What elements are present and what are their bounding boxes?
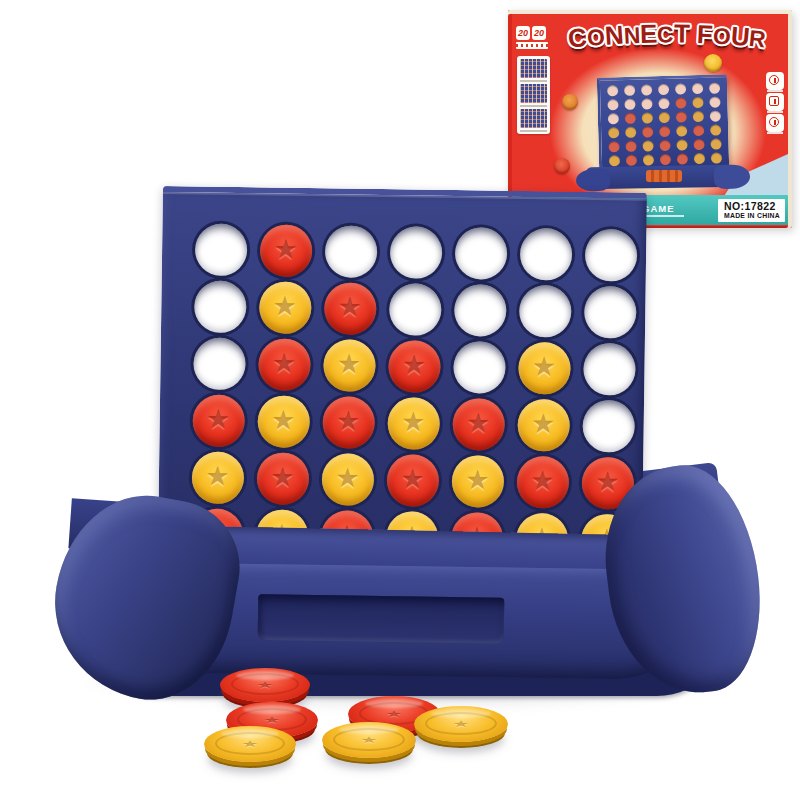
- red-disc: ★: [516, 455, 569, 508]
- mini-yellow-dot: [642, 140, 653, 151]
- red-disc: ★: [256, 452, 309, 505]
- diagram-caption: [520, 130, 547, 132]
- mini-yellow-dot: [659, 111, 670, 122]
- cell-r2c5: [447, 281, 513, 339]
- product-photo-scene: 2020 CONNECT FOUR: [0, 0, 800, 800]
- cell-r4c5: ★: [445, 395, 511, 453]
- cell-r3c6: ★: [511, 339, 577, 397]
- cell-r2c2: ★: [252, 278, 318, 336]
- mini-yellow-dot: [694, 152, 705, 163]
- cell-r1c6: [513, 225, 579, 283]
- mini-empty-dot: [608, 113, 619, 124]
- empty-hole: [519, 227, 572, 280]
- box-category-label: GAME: [642, 204, 684, 214]
- brand-logo-mark: 20: [516, 26, 530, 40]
- cell-r3c3: ★: [316, 336, 382, 394]
- box-example-diagrams-card: [517, 56, 550, 134]
- cell-r2c6: [512, 282, 578, 340]
- box-art-flying-orange-disc: [562, 94, 578, 110]
- mini-red-dot: [659, 125, 670, 136]
- game-board: ★★★★★★★★★★★★★★★★★★★★★★★★★★★: [158, 186, 647, 577]
- disc-star-emboss: ★: [270, 463, 295, 490]
- empty-hole: [389, 226, 442, 279]
- mini-red-dot: [677, 153, 688, 164]
- cell-r4c3: ★: [315, 393, 381, 451]
- empty-hole: [454, 227, 507, 280]
- cell-r1c5: [448, 224, 514, 282]
- diagram-caption: [520, 80, 547, 82]
- disc-star-emboss: ★: [241, 738, 259, 750]
- mini-empty-dot: [709, 96, 720, 107]
- cell-r2c4: [382, 280, 448, 338]
- floor-disc-yellow: ★: [414, 706, 508, 742]
- disc-star-emboss: ★: [273, 235, 298, 262]
- brand-logo-mark: 20: [532, 26, 546, 40]
- disc-star-emboss: ★: [400, 465, 425, 492]
- mini-yellow-dot: [643, 154, 654, 165]
- mini-empty-dot: [624, 84, 635, 95]
- mini-empty-dot: [641, 98, 652, 109]
- floor-disc-yellow: ★: [204, 726, 296, 762]
- empty-hole: [583, 342, 636, 395]
- mini-yellow-dot: [609, 155, 620, 166]
- certification-icon-2: [766, 93, 784, 111]
- board-grid: ★★★★★★★★★★★★★★★★★★★★★★★★★★★: [158, 192, 647, 577]
- yellow-disc: ★: [518, 341, 571, 394]
- yellow-disc: ★: [321, 453, 374, 506]
- mini-yellow-dot: [710, 124, 721, 135]
- cell-r2c7: [577, 283, 643, 341]
- cell-r5c6: ★: [510, 453, 576, 511]
- cell-r1c2: ★: [253, 221, 319, 279]
- cell-r5c1: ★: [185, 448, 251, 506]
- disc-star-emboss: ★: [205, 463, 230, 490]
- mini-yellow-dot: [692, 96, 703, 107]
- mini-red-dot: [693, 138, 704, 149]
- mini-empty-dot: [710, 110, 721, 121]
- certification-icon-3: [766, 114, 784, 132]
- certification-icon-1: [766, 72, 784, 90]
- cell-r5c3: ★: [315, 450, 381, 508]
- disc-star-emboss: ★: [336, 407, 361, 434]
- floor-disc-red: ★: [220, 668, 310, 702]
- yellow-disc: ★: [387, 397, 440, 450]
- box-art-game-illustration: [588, 70, 740, 200]
- cell-r5c4: ★: [380, 451, 446, 509]
- disc-star-emboss: ★: [272, 349, 297, 376]
- mini-red-dot: [675, 97, 686, 108]
- base-front-notch: [258, 594, 505, 644]
- disc-star-emboss: ★: [452, 718, 470, 730]
- disc-star-emboss: ★: [256, 679, 274, 691]
- red-disc: ★: [258, 338, 311, 391]
- empty-hole: [582, 399, 635, 452]
- cell-r5c2: ★: [250, 449, 316, 507]
- disc-star-emboss: ★: [465, 466, 490, 493]
- disc-star-emboss: ★: [532, 353, 557, 380]
- disc-star-emboss: ★: [206, 406, 231, 433]
- cell-r3c4: ★: [381, 337, 447, 395]
- box-certification-icons: [766, 72, 785, 135]
- mini-empty-dot: [607, 99, 618, 110]
- mini-red-dot: [626, 154, 637, 165]
- empty-hole: [194, 223, 247, 276]
- cell-r1c4: [383, 223, 449, 281]
- item-number: NO:17822: [724, 201, 780, 212]
- disc-star-emboss: ★: [385, 708, 403, 720]
- disc-star-emboss: ★: [402, 351, 427, 378]
- empty-hole: [193, 280, 246, 333]
- disc-star-emboss: ★: [273, 292, 298, 319]
- empty-hole: [453, 284, 506, 337]
- empty-hole: [324, 225, 377, 278]
- mini-yellow-dot: [710, 138, 721, 149]
- empty-hole: [583, 285, 636, 338]
- mini-red-dot: [693, 124, 704, 135]
- mini-yellow-dot: [711, 152, 722, 163]
- mini-empty-dot: [675, 83, 686, 94]
- red-disc: ★: [386, 454, 439, 507]
- disc-star-emboss: ★: [360, 734, 378, 746]
- red-disc: ★: [323, 282, 376, 335]
- disc-star-emboss: ★: [263, 714, 281, 726]
- cell-r3c5: [446, 338, 512, 396]
- red-disc: ★: [388, 340, 441, 393]
- cell-r1c3: [318, 222, 384, 280]
- mini-yellow-dot: [693, 110, 704, 121]
- red-disc: ★: [452, 398, 505, 451]
- box-art-flying-red-disc: [554, 158, 570, 174]
- mini-yellow-dot: [642, 112, 653, 123]
- empty-hole: [193, 337, 246, 390]
- empty-hole: [584, 228, 637, 281]
- mini-red-dot: [659, 139, 670, 150]
- mini-red-dot: [660, 153, 671, 164]
- disc-star-emboss: ★: [595, 468, 620, 495]
- cell-r1c7: [578, 226, 644, 284]
- mini-yellow-dot: [676, 125, 687, 136]
- red-disc: ★: [322, 396, 375, 449]
- empty-hole: [453, 341, 506, 394]
- box-art-mini-pegs: [646, 170, 682, 182]
- cell-r3c1: [186, 334, 252, 392]
- mini-red-dot: [676, 111, 687, 122]
- example-grid-diagram: [520, 109, 547, 128]
- mini-empty-dot: [641, 84, 652, 95]
- yellow-disc: ★: [257, 395, 310, 448]
- yellow-disc: ★: [451, 455, 504, 508]
- box-item-info: NO:17822 MADE IN CHINA: [718, 199, 785, 222]
- mini-empty-dot: [709, 82, 720, 93]
- box-category-subtext: [642, 215, 684, 217]
- empty-hole: [518, 284, 571, 337]
- yellow-disc: ★: [191, 451, 244, 504]
- yellow-disc: ★: [258, 281, 311, 334]
- mini-empty-dot: [607, 85, 618, 96]
- cell-r3c2: ★: [251, 335, 317, 393]
- cell-r4c1: ★: [185, 391, 251, 449]
- cell-r4c2: ★: [250, 392, 316, 450]
- red-disc: ★: [192, 394, 245, 447]
- brand-logo-text-strip: [516, 42, 548, 49]
- mini-red-dot: [642, 126, 653, 137]
- mini-yellow-dot: [676, 139, 687, 150]
- yellow-disc: ★: [517, 398, 570, 451]
- diagram-caption: [520, 105, 547, 107]
- cell-r4c7: [575, 397, 641, 455]
- red-disc: ★: [259, 224, 312, 277]
- mini-empty-dot: [692, 82, 703, 93]
- cell-r5c5: ★: [445, 452, 511, 510]
- empty-hole: [388, 283, 441, 336]
- mini-yellow-dot: [608, 127, 619, 138]
- cell-r2c3: ★: [317, 279, 383, 337]
- mini-red-dot: [625, 112, 636, 123]
- disc-star-emboss: ★: [271, 406, 296, 433]
- disc-star-emboss: ★: [338, 293, 363, 320]
- disc-star-emboss: ★: [337, 350, 362, 377]
- cell-r2c1: [187, 277, 253, 335]
- disc-star-emboss: ★: [335, 464, 360, 491]
- mini-red-dot: [608, 141, 619, 152]
- mini-empty-dot: [624, 98, 635, 109]
- mini-red-dot: [625, 140, 636, 151]
- floor-disc-yellow: ★: [322, 722, 416, 758]
- example-grid-diagram: [520, 59, 547, 78]
- disc-star-emboss: ★: [466, 409, 491, 436]
- box-art-mini-board: [597, 74, 729, 171]
- mini-empty-dot: [658, 97, 669, 108]
- mini-yellow-dot: [625, 126, 636, 137]
- example-grid-diagram: [520, 84, 547, 103]
- box-title: CONNECT FOUR: [548, 22, 786, 53]
- origin-label: MADE IN CHINA: [724, 212, 780, 220]
- yellow-disc: ★: [323, 339, 376, 392]
- brand-logo: 2020: [516, 22, 552, 49]
- cell-r4c6: ★: [510, 396, 576, 454]
- mini-empty-dot: [658, 83, 669, 94]
- disc-star-emboss: ★: [401, 408, 426, 435]
- box-art-mini-grid: [600, 77, 729, 167]
- disc-star-emboss: ★: [530, 467, 555, 494]
- cell-r4c4: ★: [380, 394, 446, 452]
- disc-star-emboss: ★: [531, 410, 556, 437]
- cell-r3c7: [576, 340, 642, 398]
- cell-r1c1: [188, 220, 254, 278]
